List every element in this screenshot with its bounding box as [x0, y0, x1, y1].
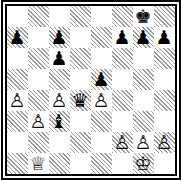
square-f3[interactable]	[112, 111, 133, 132]
square-e2[interactable]	[91, 132, 112, 153]
square-d2[interactable]	[70, 132, 91, 153]
square-b2[interactable]	[28, 132, 49, 153]
black-pawn-h7: ♟	[155, 27, 172, 48]
square-a8[interactable]	[7, 6, 28, 27]
black-queen-d4: ♛	[71, 90, 88, 111]
square-c3[interactable]: ♝	[49, 111, 70, 132]
white-pawn-c4: ♙	[50, 90, 67, 111]
square-h8[interactable]	[154, 6, 175, 27]
square-f4[interactable]	[112, 90, 133, 111]
white-pawn-a4: ♙	[8, 90, 25, 111]
square-d6[interactable]	[70, 48, 91, 69]
black-pawn-f7: ♟	[113, 27, 130, 48]
black-pawn-c7: ♟	[50, 27, 67, 48]
square-c5[interactable]	[49, 69, 70, 90]
square-b4[interactable]	[28, 90, 49, 111]
square-d3[interactable]	[70, 111, 91, 132]
square-b5[interactable]	[28, 69, 49, 90]
square-d7[interactable]	[70, 27, 91, 48]
square-c2[interactable]	[49, 132, 70, 153]
square-h6[interactable]	[154, 48, 175, 69]
square-b3[interactable]: ♙	[28, 111, 49, 132]
square-f2[interactable]: ♙	[112, 132, 133, 153]
square-f7[interactable]: ♟	[112, 27, 133, 48]
square-a6[interactable]	[7, 48, 28, 69]
white-pawn-f2: ♙	[113, 132, 130, 153]
white-pawn-b3: ♙	[29, 111, 46, 132]
square-a5[interactable]	[7, 69, 28, 90]
square-g8[interactable]: ♚	[133, 6, 154, 27]
square-d5[interactable]	[70, 69, 91, 90]
black-pawn-g7: ♟	[134, 27, 151, 48]
white-queen-b1: ♕	[29, 153, 46, 174]
square-h2[interactable]: ♙	[154, 132, 175, 153]
square-d4[interactable]: ♛	[70, 90, 91, 111]
black-pawn-c6: ♟	[50, 48, 67, 69]
square-a1[interactable]	[7, 153, 28, 174]
white-pawn-h2: ♙	[155, 132, 172, 153]
square-c7[interactable]: ♟	[49, 27, 70, 48]
white-pawn-g2: ♙	[134, 132, 151, 153]
square-g1[interactable]: ♔	[133, 153, 154, 174]
square-g2[interactable]: ♙	[133, 132, 154, 153]
square-d1[interactable]	[70, 153, 91, 174]
square-e1[interactable]	[91, 153, 112, 174]
square-g7[interactable]: ♟	[133, 27, 154, 48]
square-c4[interactable]: ♙	[49, 90, 70, 111]
black-king-g8: ♚	[134, 6, 151, 27]
square-f8[interactable]	[112, 6, 133, 27]
square-h3[interactable]	[154, 111, 175, 132]
square-a7[interactable]: ♟	[7, 27, 28, 48]
square-b6[interactable]	[28, 48, 49, 69]
black-pawn-a7: ♟	[8, 27, 25, 48]
square-e7[interactable]	[91, 27, 112, 48]
square-e5[interactable]: ♟	[91, 69, 112, 90]
chess-board: ♚♟♟♟♟♟♟♟♙♙♛♙♙♝♙♙♙♕♔	[7, 6, 175, 174]
square-e6[interactable]	[91, 48, 112, 69]
square-c8[interactable]	[49, 6, 70, 27]
square-b1[interactable]: ♕	[28, 153, 49, 174]
square-a4[interactable]: ♙	[7, 90, 28, 111]
square-f1[interactable]	[112, 153, 133, 174]
square-h1[interactable]	[154, 153, 175, 174]
board-inner-frame: ♚♟♟♟♟♟♟♟♙♙♛♙♙♝♙♙♙♕♔	[5, 4, 177, 176]
square-e4[interactable]: ♙	[91, 90, 112, 111]
black-pawn-e5: ♟	[92, 69, 109, 90]
square-e8[interactable]	[91, 6, 112, 27]
square-g3[interactable]	[133, 111, 154, 132]
square-b8[interactable]	[28, 6, 49, 27]
square-e3[interactable]	[91, 111, 112, 132]
square-h5[interactable]	[154, 69, 175, 90]
board-outer-frame: ♚♟♟♟♟♟♟♟♙♙♛♙♙♝♙♙♙♕♔	[1, 0, 181, 180]
square-g6[interactable]	[133, 48, 154, 69]
square-h4[interactable]	[154, 90, 175, 111]
chess-diagram: ♚♟♟♟♟♟♟♟♙♙♛♙♙♝♙♙♙♕♔	[0, 0, 181, 180]
white-king-g1: ♔	[134, 153, 151, 174]
square-h7[interactable]: ♟	[154, 27, 175, 48]
square-c6[interactable]: ♟	[49, 48, 70, 69]
square-b7[interactable]	[28, 27, 49, 48]
white-pawn-e4: ♙	[92, 90, 109, 111]
square-g4[interactable]	[133, 90, 154, 111]
square-f5[interactable]	[112, 69, 133, 90]
square-a2[interactable]	[7, 132, 28, 153]
square-c1[interactable]	[49, 153, 70, 174]
square-a3[interactable]	[7, 111, 28, 132]
square-f6[interactable]	[112, 48, 133, 69]
black-bishop-c3: ♝	[50, 111, 67, 132]
square-g5[interactable]	[133, 69, 154, 90]
square-d8[interactable]	[70, 6, 91, 27]
